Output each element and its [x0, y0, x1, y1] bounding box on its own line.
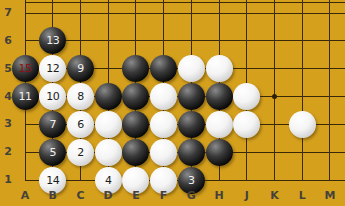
stone-white-J3[interactable]	[233, 111, 260, 138]
column-label-D: D	[100, 190, 116, 202]
stone-black-G3[interactable]	[178, 111, 205, 138]
star-point-K4	[272, 94, 277, 99]
row-label-5: 5	[0, 63, 16, 75]
go-board[interactable]: 13151291110876521443 7654321 ABCDEFGHJKL…	[0, 0, 345, 206]
move-number-11: 11	[19, 91, 32, 102]
stone-white-C4[interactable]: 8	[67, 83, 94, 110]
row-label-2: 2	[0, 146, 16, 158]
column-label-J: J	[239, 190, 255, 202]
move-number-2: 2	[77, 147, 84, 158]
column-label-H: H	[211, 190, 227, 202]
move-number-14: 14	[46, 175, 59, 186]
stone-white-D3[interactable]	[95, 111, 122, 138]
stone-white-B5[interactable]: 12	[39, 55, 66, 82]
stone-white-F2[interactable]	[150, 139, 177, 166]
row-label-6: 6	[0, 35, 16, 47]
column-label-M: M	[322, 190, 338, 202]
stone-black-E3[interactable]	[122, 111, 149, 138]
stone-black-E4[interactable]	[122, 83, 149, 110]
move-number-12: 12	[46, 63, 59, 74]
row-label-3: 3	[0, 118, 16, 130]
grid-line-row-7	[25, 13, 345, 14]
grid-line-col-L	[302, 0, 303, 181]
move-number-13: 13	[46, 35, 59, 46]
stone-white-C3[interactable]: 6	[67, 111, 94, 138]
stone-white-D2[interactable]	[95, 139, 122, 166]
column-label-A: A	[17, 190, 33, 202]
stone-white-H5[interactable]	[206, 55, 233, 82]
stone-black-B2[interactable]: 5	[39, 139, 66, 166]
stone-black-B3[interactable]: 7	[39, 111, 66, 138]
stone-black-H2[interactable]	[206, 139, 233, 166]
stone-white-L3[interactable]	[289, 111, 316, 138]
stone-black-B6[interactable]: 13	[39, 27, 66, 54]
row-label-4: 4	[0, 91, 16, 103]
move-number-15: 15	[19, 63, 32, 74]
stone-black-C5[interactable]: 9	[67, 55, 94, 82]
column-label-G: G	[183, 190, 199, 202]
stone-black-G2[interactable]	[178, 139, 205, 166]
column-label-K: K	[267, 190, 283, 202]
column-label-E: E	[128, 190, 144, 202]
stone-white-H3[interactable]	[206, 111, 233, 138]
stone-black-F5[interactable]	[150, 55, 177, 82]
stone-white-B4[interactable]: 10	[39, 83, 66, 110]
stone-black-E5[interactable]	[122, 55, 149, 82]
move-number-10: 10	[46, 91, 59, 102]
move-number-7: 7	[49, 119, 56, 130]
move-number-3: 3	[188, 175, 195, 186]
move-number-5: 5	[49, 147, 56, 158]
move-number-9: 9	[77, 63, 84, 74]
stone-white-F3[interactable]	[150, 111, 177, 138]
stone-black-D4[interactable]	[95, 83, 122, 110]
row-label-1: 1	[0, 174, 16, 186]
move-number-6: 6	[77, 119, 84, 130]
move-number-4: 4	[105, 175, 112, 186]
grid-line-row-6	[25, 40, 345, 41]
stone-white-G5[interactable]	[178, 55, 205, 82]
column-label-L: L	[294, 190, 310, 202]
stone-white-F4[interactable]	[150, 83, 177, 110]
grid-line-col-M	[329, 0, 330, 181]
stone-black-E2[interactable]	[122, 139, 149, 166]
column-label-B: B	[45, 190, 61, 202]
row-label-7: 7	[0, 7, 16, 19]
stone-white-J4[interactable]	[233, 83, 260, 110]
stone-black-G4[interactable]	[178, 83, 205, 110]
stone-white-C2[interactable]: 2	[67, 139, 94, 166]
grid-line-col-K	[274, 0, 275, 181]
column-label-C: C	[72, 190, 88, 202]
move-number-8: 8	[77, 91, 84, 102]
stone-black-H4[interactable]	[206, 83, 233, 110]
grid-line-row-8-clipped	[25, 2, 345, 3]
column-label-F: F	[156, 190, 172, 202]
